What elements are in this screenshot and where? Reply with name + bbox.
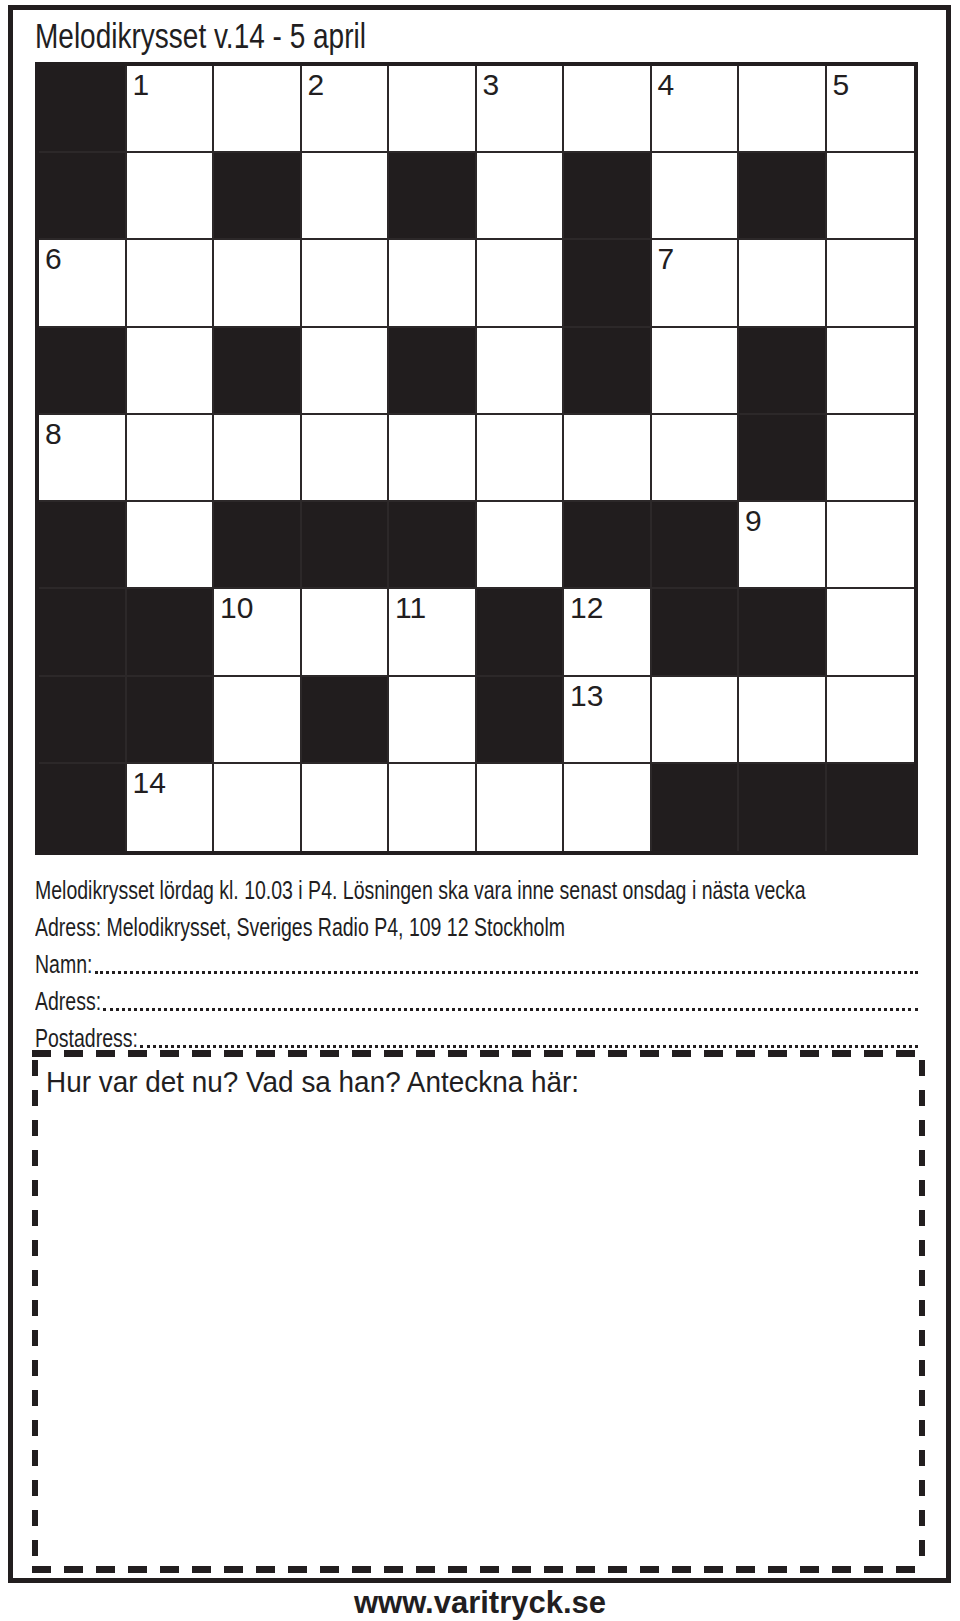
notes-box-top-border [32,1050,925,1057]
grid-cell[interactable]: 3 [477,66,565,153]
black-cell [39,589,127,676]
grid-cell[interactable] [652,328,740,415]
black-cell [214,502,302,589]
grid-cell[interactable] [389,677,477,764]
black-cell [389,328,477,415]
grid-cell[interactable] [827,589,915,676]
clue-number: 7 [652,240,738,274]
grid-cell[interactable] [389,240,477,327]
black-cell [652,502,740,589]
grid-cell[interactable]: 9 [739,502,827,589]
grid-cell[interactable]: 6 [39,240,127,327]
black-cell [214,328,302,415]
grid-cell[interactable] [214,240,302,327]
name-field-label: Namn: [35,951,92,978]
grid-cell[interactable] [302,415,390,502]
postal-code-field-label: Postadress: [35,1025,138,1052]
grid-cell[interactable]: 4 [652,66,740,153]
clue-number: 2 [302,66,388,100]
postal-code-field-row: Postadress: [35,1025,918,1052]
black-cell [39,153,127,240]
black-cell [477,677,565,764]
grid-cell[interactable] [652,415,740,502]
grid-cell[interactable]: 5 [827,66,915,153]
grid-cell[interactable] [302,240,390,327]
grid-cell[interactable] [827,677,915,764]
notes-box-right-border [919,1060,925,1563]
clue-number: 8 [39,415,125,449]
grid-cell[interactable] [214,66,302,153]
grid-cell[interactable] [739,677,827,764]
postal-address-text: Adress: Melodikrysset, Sveriges Radio P4… [35,914,565,941]
black-cell [827,764,915,851]
grid-cell[interactable] [827,153,915,240]
black-cell [564,240,652,327]
grid-cell[interactable]: 11 [389,589,477,676]
grid-cell[interactable] [652,153,740,240]
black-cell [739,589,827,676]
black-cell [739,328,827,415]
grid-cell[interactable] [214,764,302,851]
black-cell [39,66,127,153]
grid-cell[interactable] [827,328,915,415]
black-cell [127,589,215,676]
grid-cell[interactable]: 13 [564,677,652,764]
black-cell [564,153,652,240]
print-shop-url: www.varitryck.se [0,1586,960,1620]
grid-cell[interactable] [827,415,915,502]
name-input-line[interactable] [95,971,918,974]
black-cell [652,589,740,676]
grid-cell[interactable] [564,66,652,153]
black-cell [477,589,565,676]
clue-number: 3 [477,66,563,100]
clue-number: 14 [127,764,213,798]
address-field-label: Adress: [35,988,101,1015]
black-cell [389,502,477,589]
notes-box-bottom-border [32,1566,925,1573]
page-title: Melodikrysset v.14 - 5 april [35,17,366,55]
black-cell [739,153,827,240]
grid-cell[interactable]: 10 [214,589,302,676]
clue-number: 11 [389,589,475,623]
black-cell [127,677,215,764]
grid-cell[interactable] [127,153,215,240]
grid-cell[interactable] [477,328,565,415]
black-cell [39,502,127,589]
grid-cell[interactable] [477,240,565,327]
crossword-grid: 1234567891011121314 [35,62,918,855]
clue-number: 12 [564,589,650,623]
grid-cell[interactable] [214,415,302,502]
clue-number: 5 [827,66,915,100]
black-cell [564,328,652,415]
grid-cell[interactable] [302,589,390,676]
black-cell [39,677,127,764]
grid-cell[interactable] [127,415,215,502]
clue-number: 9 [739,502,825,536]
grid-cell[interactable] [564,415,652,502]
black-cell [39,764,127,851]
broadcast-info-text: Melodikrysset lördag kl. 10.03 i P4. Lös… [35,877,806,904]
grid-cell[interactable]: 2 [302,66,390,153]
grid-cell[interactable] [564,764,652,851]
grid-cell[interactable] [827,502,915,589]
grid-cell[interactable] [389,66,477,153]
notes-box-heading: Hur var det nu? Vad sa han? Anteckna här… [46,1065,579,1098]
black-cell [302,677,390,764]
postal-address-line: Adress: Melodikrysset, Sveriges Radio P4… [35,914,918,941]
postal-code-input-line[interactable] [140,1045,918,1048]
address-field-row: Adress: [35,988,918,1015]
grid-cell[interactable]: 7 [652,240,740,327]
grid-cell[interactable] [739,66,827,153]
grid-cell[interactable] [127,328,215,415]
clue-number: 13 [564,677,650,711]
clue-number: 1 [127,66,213,100]
black-cell [39,328,127,415]
black-cell [302,502,390,589]
black-cell [739,415,827,502]
grid-cell[interactable] [127,240,215,327]
grid-cell[interactable] [477,153,565,240]
grid-cell[interactable] [127,502,215,589]
clue-number: 4 [652,66,738,100]
broadcast-info-line: Melodikrysset lördag kl. 10.03 i P4. Lös… [35,877,918,904]
grid-cell[interactable] [477,502,565,589]
clue-number: 10 [214,589,300,623]
grid-cell[interactable] [302,764,390,851]
black-cell [564,502,652,589]
grid-cell[interactable]: 14 [127,764,215,851]
grid-cell[interactable] [302,153,390,240]
black-cell [652,764,740,851]
black-cell [389,153,477,240]
grid-cell[interactable]: 8 [39,415,127,502]
grid-cell[interactable] [214,677,302,764]
notes-box-left-border [32,1060,38,1563]
grid-cell[interactable] [652,677,740,764]
address-input-line[interactable] [103,1008,918,1011]
black-cell [214,153,302,240]
name-field-row: Namn: [35,951,918,978]
grid-cell[interactable] [477,764,565,851]
grid-cell[interactable] [389,415,477,502]
grid-cell[interactable] [302,328,390,415]
grid-cell[interactable] [739,240,827,327]
grid-cell[interactable]: 12 [564,589,652,676]
grid-cell[interactable]: 1 [127,66,215,153]
grid-cell[interactable] [389,764,477,851]
grid-cell[interactable] [827,240,915,327]
black-cell [739,764,827,851]
notes-box[interactable]: Hur var det nu? Vad sa han? Anteckna här… [32,1050,925,1573]
grid-cell[interactable] [477,415,565,502]
clue-number: 6 [39,240,125,274]
